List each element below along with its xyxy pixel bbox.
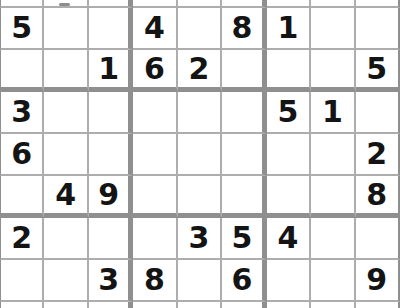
cell-r9c7[interactable] [267, 302, 311, 308]
cell-r2c7[interactable]: 1 [267, 8, 311, 50]
cell-r6c4[interactable] [133, 176, 177, 218]
cell-r8c3[interactable]: 3 [89, 260, 133, 302]
cell-r2c9[interactable] [356, 8, 400, 50]
cell-r7c6[interactable]: 5 [222, 218, 266, 260]
cell-r5c3[interactable] [89, 134, 133, 176]
cell-r7c2[interactable] [44, 218, 88, 260]
cell-r8c1[interactable] [0, 260, 44, 302]
cell-r6c6[interactable] [222, 176, 266, 218]
cell-r8c9[interactable]: 9 [356, 260, 400, 302]
cell-r3c8[interactable] [311, 50, 355, 92]
cell-r3c6[interactable] [222, 50, 266, 92]
cell-r3c4[interactable]: 6 [133, 50, 177, 92]
cell-r3c7[interactable] [267, 50, 311, 92]
cell-r6c9[interactable]: 8 [356, 176, 400, 218]
cell-r6c3[interactable]: 9 [89, 176, 133, 218]
cell-r6c5[interactable] [178, 176, 222, 218]
cell-r4c8[interactable]: 1 [311, 92, 355, 134]
cell-r3c5[interactable]: 2 [178, 50, 222, 92]
cell-r2c3[interactable] [89, 8, 133, 50]
cell-r5c6[interactable] [222, 134, 266, 176]
sudoku-board-viewport: 548116253516249823543869 [0, 0, 400, 308]
cell-r5c7[interactable] [267, 134, 311, 176]
cell-r1c9[interactable] [356, 0, 400, 8]
cell-r4c3[interactable] [89, 92, 133, 134]
cell-r7c7[interactable]: 4 [267, 218, 311, 260]
cell-r8c5[interactable] [178, 260, 222, 302]
cell-r3c9[interactable]: 5 [356, 50, 400, 92]
cell-r2c6[interactable]: 8 [222, 8, 266, 50]
cell-r4c2[interactable] [44, 92, 88, 134]
cell-r1c1[interactable] [0, 0, 44, 8]
cell-r2c4[interactable]: 4 [133, 8, 177, 50]
cell-r7c5[interactable]: 3 [178, 218, 222, 260]
cell-r2c8[interactable] [311, 8, 355, 50]
cell-r2c2[interactable] [44, 8, 88, 50]
cell-r7c8[interactable] [311, 218, 355, 260]
cell-r6c7[interactable] [267, 176, 311, 218]
cell-r8c6[interactable]: 6 [222, 260, 266, 302]
cell-r6c2[interactable]: 4 [44, 176, 88, 218]
cell-r1c5[interactable] [178, 0, 222, 8]
cell-r4c5[interactable] [178, 92, 222, 134]
cell-r4c1[interactable]: 3 [0, 92, 44, 134]
cell-r9c5[interactable] [178, 302, 222, 308]
cell-r5c8[interactable] [311, 134, 355, 176]
cell-r3c1[interactable] [0, 50, 44, 92]
cell-r8c4[interactable]: 8 [133, 260, 177, 302]
cell-r8c8[interactable] [311, 260, 355, 302]
cell-r1c4[interactable] [133, 0, 177, 8]
sudoku-board: 548116253516249823543869 [0, 0, 400, 308]
cell-r9c6[interactable] [222, 302, 266, 308]
cell-r9c9[interactable] [356, 302, 400, 308]
cell-r7c3[interactable] [89, 218, 133, 260]
cell-r2c5[interactable] [178, 8, 222, 50]
cell-r5c4[interactable] [133, 134, 177, 176]
cell-r5c2[interactable] [44, 134, 88, 176]
cell-r7c1[interactable]: 2 [0, 218, 44, 260]
cell-r6c1[interactable] [0, 176, 44, 218]
cropped-digit-remnant [59, 3, 70, 6]
cell-r3c2[interactable] [44, 50, 88, 92]
cell-r5c1[interactable]: 6 [0, 134, 44, 176]
cell-r8c7[interactable] [267, 260, 311, 302]
cell-r9c4[interactable] [133, 302, 177, 308]
cell-r1c8[interactable] [311, 0, 355, 8]
cell-r9c2[interactable] [44, 302, 88, 308]
cell-r1c7[interactable] [267, 0, 311, 8]
cell-r7c4[interactable] [133, 218, 177, 260]
cell-r9c3[interactable] [89, 302, 133, 308]
cell-r4c9[interactable] [356, 92, 400, 134]
cell-r9c8[interactable] [311, 302, 355, 308]
cell-r4c6[interactable] [222, 92, 266, 134]
cell-r1c3[interactable] [89, 0, 133, 8]
cell-r8c2[interactable] [44, 260, 88, 302]
cell-r9c1[interactable] [0, 302, 44, 308]
cell-r5c9[interactable]: 2 [356, 134, 400, 176]
cell-r3c3[interactable]: 1 [89, 50, 133, 92]
cell-r1c6[interactable] [222, 0, 266, 8]
cell-r6c8[interactable] [311, 176, 355, 218]
cell-r5c5[interactable] [178, 134, 222, 176]
cell-r4c7[interactable]: 5 [267, 92, 311, 134]
cell-r2c1[interactable]: 5 [0, 8, 44, 50]
cell-r4c4[interactable] [133, 92, 177, 134]
cell-r7c9[interactable] [356, 218, 400, 260]
